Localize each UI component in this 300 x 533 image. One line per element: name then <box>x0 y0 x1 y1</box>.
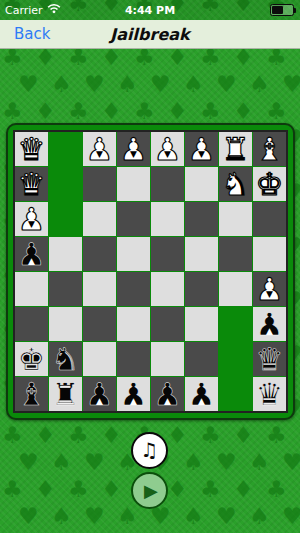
card-suit-icon: ♠ <box>183 451 204 474</box>
square-c3[interactable] <box>83 307 116 341</box>
square-b3[interactable] <box>49 307 82 341</box>
white-q-piece: ♛ <box>18 169 46 200</box>
card-suit-icon: ♠ <box>51 73 72 96</box>
square-d6[interactable] <box>117 202 150 236</box>
card-suit-icon: ♥ <box>216 73 237 96</box>
card-suit-icon: ♦ <box>233 100 254 123</box>
battery-nub <box>294 8 296 13</box>
pawn-direction-icon: ▼ <box>266 290 273 299</box>
square-g7[interactable]: ♞ <box>219 167 252 201</box>
card-suit-icon: ♣ <box>68 100 89 123</box>
play-icon: ▶ <box>144 480 158 501</box>
card-suit-icon: ♥ <box>216 505 237 528</box>
square-e2[interactable] <box>151 342 184 376</box>
card-suit-icon: ♣ <box>2 46 23 69</box>
white-n-piece: ♞ <box>222 169 250 200</box>
square-d3[interactable] <box>117 307 150 341</box>
square-c2[interactable] <box>83 342 116 376</box>
square-f1[interactable]: ♟▲ <box>185 377 218 411</box>
pawn-direction-icon: ▼ <box>96 150 103 159</box>
square-d1[interactable]: ♟▲ <box>117 377 150 411</box>
card-suit-icon: ♦ <box>299 262 300 285</box>
card-suit-icon: ♦ <box>167 424 188 447</box>
square-h3[interactable]: ♟▲ <box>253 307 286 341</box>
square-e6[interactable] <box>151 202 184 236</box>
pawn-direction-icon: ▲ <box>130 397 137 406</box>
square-a4[interactable] <box>15 272 48 306</box>
card-suit-icon: ♦ <box>35 100 56 123</box>
card-suit-icon: ♥ <box>18 451 39 474</box>
card-suit-icon: ♦ <box>167 478 188 501</box>
square-b7[interactable] <box>49 167 82 201</box>
white-b-piece: ♝ <box>256 134 284 165</box>
card-suit-icon: ♦ <box>101 46 122 69</box>
battery-fill <box>272 6 283 14</box>
square-g3[interactable] <box>219 307 252 341</box>
card-suit-icon: ♦ <box>299 100 300 123</box>
card-suit-icon: ♦ <box>299 208 300 231</box>
card-suit-icon: ♣ <box>200 46 221 69</box>
card-suit-icon: ♥ <box>282 505 300 528</box>
square-h1[interactable]: ♛ <box>253 377 286 411</box>
card-suit-icon: ♣ <box>266 478 287 501</box>
square-d8[interactable]: ♟▼ <box>117 132 150 166</box>
square-f5[interactable] <box>185 237 218 271</box>
square-e5[interactable] <box>151 237 184 271</box>
card-suit-icon: ♥ <box>216 451 237 474</box>
card-suit-icon: ♥ <box>282 73 300 96</box>
square-c8[interactable]: ♟▼ <box>83 132 116 166</box>
card-suit-icon: ♣ <box>2 424 23 447</box>
square-b2[interactable]: ♞ <box>49 342 82 376</box>
square-f7[interactable] <box>185 167 218 201</box>
square-g5[interactable] <box>219 237 252 271</box>
card-suit-icon: ♠ <box>183 505 204 528</box>
square-g4[interactable] <box>219 272 252 306</box>
card-suit-icon: ♣ <box>134 100 155 123</box>
square-a8[interactable]: ♛ <box>15 132 48 166</box>
square-a7[interactable]: ♛ <box>15 167 48 201</box>
square-f4[interactable] <box>185 272 218 306</box>
pawn-direction-icon: ▼ <box>198 150 205 159</box>
black-r-piece: ♜ <box>52 379 80 410</box>
pawn-direction-icon: ▼ <box>28 220 35 229</box>
card-suit-icon: ♠ <box>51 505 72 528</box>
card-suit-icon: ♠ <box>249 505 270 528</box>
square-e1[interactable]: ♟▲ <box>151 377 184 411</box>
card-suit-icon: ♣ <box>68 46 89 69</box>
square-f8[interactable]: ♟▼ <box>185 132 218 166</box>
card-suit-icon: ♦ <box>233 478 254 501</box>
card-suit-icon: ♣ <box>2 478 23 501</box>
square-e8[interactable]: ♟▼ <box>151 132 184 166</box>
square-a2[interactable]: ♚ <box>15 342 48 376</box>
card-suit-icon: ♣ <box>200 100 221 123</box>
square-c1[interactable]: ♟▲ <box>83 377 116 411</box>
card-suit-icon: ♦ <box>233 46 254 69</box>
black-q-piece: ♛ <box>256 379 284 410</box>
black-b-piece: ♝ <box>18 379 46 410</box>
square-e4[interactable] <box>151 272 184 306</box>
pawn-direction-icon: ▲ <box>198 397 205 406</box>
square-a3[interactable] <box>15 307 48 341</box>
black-n-piece: ♞ <box>52 344 80 375</box>
card-suit-icon: ♦ <box>299 46 300 69</box>
square-g2[interactable] <box>219 342 252 376</box>
square-g6[interactable] <box>219 202 252 236</box>
square-e7[interactable] <box>151 167 184 201</box>
card-suit-icon: ♥ <box>282 451 300 474</box>
square-a5[interactable]: ♟▲ <box>15 237 48 271</box>
card-suit-icon: ♠ <box>117 73 138 96</box>
square-h4[interactable]: ♟▼ <box>253 272 286 306</box>
card-suit-icon: ♦ <box>167 46 188 69</box>
card-suit-icon: ♦ <box>35 424 56 447</box>
card-suit-icon: ♥ <box>18 73 39 96</box>
board-frame: ♛♟▼♟▼♟▼♟▼♜♝♛♞♚♟▼♟▲♟▼♟▲♚♞♛♝♜♟▲♟▲♟▲♟▲♛ <box>6 123 295 420</box>
card-suit-icon: ♥ <box>150 73 171 96</box>
white-k-piece: ♚ <box>256 169 284 200</box>
square-b8[interactable] <box>49 132 82 166</box>
square-e3[interactable] <box>151 307 184 341</box>
pawn-direction-icon: ▼ <box>164 150 171 159</box>
chess-board: ♛♟▼♟▼♟▼♟▼♜♝♛♞♚♟▼♟▲♟▼♟▲♚♞♛♝♜♟▲♟▲♟▲♟▲♛ <box>13 130 288 413</box>
card-suit-icon: ♦ <box>35 478 56 501</box>
card-suit-icon: ♦ <box>233 424 254 447</box>
square-d5[interactable] <box>117 237 150 271</box>
square-b6[interactable] <box>49 202 82 236</box>
pawn-direction-icon: ▲ <box>28 257 35 266</box>
card-suit-icon: ♦ <box>299 478 300 501</box>
square-h7[interactable]: ♚ <box>253 167 286 201</box>
white-r-piece: ♜ <box>222 134 250 165</box>
square-h8[interactable]: ♝ <box>253 132 286 166</box>
back-button[interactable]: Back <box>14 25 50 43</box>
battery-icon <box>270 4 294 16</box>
music-note-icon: ♫ <box>141 438 159 462</box>
card-suit-icon: ♦ <box>35 46 56 69</box>
app-screen: ♣♦♣♦♣♦♣♦♣♦♥♠♥♠♥♠♥♠♥♣♦♣♦♣♦♣♦♣♦♥♠♥♠♥♠♥♠♥♣♦… <box>0 0 300 533</box>
card-suit-icon: ♥ <box>84 505 105 528</box>
card-suit-icon: ♣ <box>68 424 89 447</box>
black-q-piece: ♛ <box>256 344 284 375</box>
pawn-direction-icon: ▲ <box>96 397 103 406</box>
card-suit-icon: ♣ <box>200 424 221 447</box>
square-d2[interactable] <box>117 342 150 376</box>
white-q-piece: ♛ <box>18 134 46 165</box>
card-suit-icon: ♣ <box>134 46 155 69</box>
card-suit-icon: ♦ <box>299 316 300 339</box>
square-a6[interactable]: ♟▼ <box>15 202 48 236</box>
square-f2[interactable] <box>185 342 218 376</box>
square-h2[interactable]: ♛ <box>253 342 286 376</box>
square-f6[interactable] <box>185 202 218 236</box>
square-c7[interactable] <box>83 167 116 201</box>
card-suit-icon: ♦ <box>101 100 122 123</box>
card-suit-icon: ♠ <box>183 73 204 96</box>
square-c5[interactable] <box>83 237 116 271</box>
square-g1[interactable] <box>219 377 252 411</box>
card-suit-icon: ♠ <box>117 505 138 528</box>
card-suit-icon: ♥ <box>84 451 105 474</box>
card-suit-icon: ♦ <box>101 478 122 501</box>
pawn-direction-icon: ▲ <box>164 397 171 406</box>
card-suit-icon: ♣ <box>266 46 287 69</box>
music-button[interactable]: ♫ <box>131 432 168 469</box>
card-suit-icon: ♥ <box>84 73 105 96</box>
card-suit-icon: ♣ <box>266 424 287 447</box>
card-suit-icon: ♥ <box>18 505 39 528</box>
card-suit-icon: ♦ <box>299 370 300 393</box>
square-a1[interactable]: ♝ <box>15 377 48 411</box>
black-k-piece: ♚ <box>18 344 46 375</box>
square-b1[interactable]: ♜ <box>49 377 82 411</box>
clock-label: 4:44 PM <box>0 4 300 17</box>
card-suit-icon: ♠ <box>249 73 270 96</box>
square-f3[interactable] <box>185 307 218 341</box>
card-suit-icon: ♣ <box>68 478 89 501</box>
pawn-direction-icon: ▲ <box>266 327 273 336</box>
nav-bar: Back Jailbreak <box>0 20 300 49</box>
square-h5[interactable] <box>253 237 286 271</box>
card-suit-icon: ♣ <box>200 478 221 501</box>
square-d4[interactable] <box>117 272 150 306</box>
square-g8[interactable]: ♜ <box>219 132 252 166</box>
square-b5[interactable] <box>49 237 82 271</box>
card-suit-icon: ♣ <box>2 100 23 123</box>
card-suit-icon: ♦ <box>101 424 122 447</box>
square-b4[interactable] <box>49 272 82 306</box>
card-suit-icon: ♦ <box>299 424 300 447</box>
status-bar: Carrier 4:44 PM <box>0 0 300 20</box>
card-suit-icon: ♣ <box>266 100 287 123</box>
card-suit-icon: ♠ <box>51 451 72 474</box>
square-c4[interactable] <box>83 272 116 306</box>
square-c6[interactable] <box>83 202 116 236</box>
play-button[interactable]: ▶ <box>131 472 168 509</box>
pawn-direction-icon: ▼ <box>130 150 137 159</box>
card-suit-icon: ♦ <box>167 100 188 123</box>
square-h6[interactable] <box>253 202 286 236</box>
card-suit-icon: ♦ <box>299 154 300 177</box>
card-suit-icon: ♠ <box>249 451 270 474</box>
square-d7[interactable] <box>117 167 150 201</box>
